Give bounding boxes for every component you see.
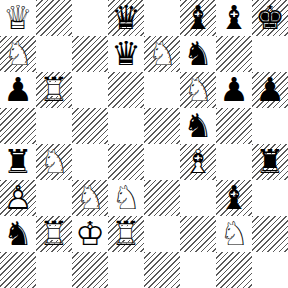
white-knight-piece[interactable]: ♘: [180, 72, 216, 108]
white-rook-piece[interactable]: ♖: [36, 216, 72, 252]
square-g4[interactable]: [216, 144, 252, 180]
square-e6[interactable]: [144, 72, 180, 108]
black-knight-piece[interactable]: ♞: [180, 36, 216, 72]
square-h5[interactable]: [252, 108, 288, 144]
square-h6[interactable]: ♟♟: [252, 72, 288, 108]
black-bishop-piece[interactable]: ♝: [216, 0, 252, 36]
black-pawn-piece[interactable]: ♟: [252, 72, 288, 108]
square-f6[interactable]: ♞♘: [180, 72, 216, 108]
white-queen-piece[interactable]: ♕: [0, 0, 36, 36]
square-h4[interactable]: ♜♜: [252, 144, 288, 180]
square-b8[interactable]: [36, 0, 72, 36]
square-f4[interactable]: ♝♗: [180, 144, 216, 180]
square-f7[interactable]: ♞♞: [180, 36, 216, 72]
white-king-piece[interactable]: ♔: [72, 216, 108, 252]
square-c2[interactable]: ♚♔: [72, 216, 108, 252]
black-queen-piece[interactable]: ♛: [108, 36, 144, 72]
square-d3[interactable]: ♞♘: [108, 180, 144, 216]
square-b3[interactable]: [36, 180, 72, 216]
square-d6[interactable]: [108, 72, 144, 108]
square-c4[interactable]: [72, 144, 108, 180]
square-e5[interactable]: [144, 108, 180, 144]
square-e4[interactable]: [144, 144, 180, 180]
white-knight-piece[interactable]: ♘: [36, 144, 72, 180]
square-g3[interactable]: ♝♝: [216, 180, 252, 216]
black-bishop-piece[interactable]: ♝: [216, 180, 252, 216]
square-b7[interactable]: [36, 36, 72, 72]
square-f3[interactable]: [180, 180, 216, 216]
square-e3[interactable]: [144, 180, 180, 216]
square-d5[interactable]: [108, 108, 144, 144]
black-bishop-piece[interactable]: ♝: [180, 0, 216, 36]
white-rook-piece[interactable]: ♖: [36, 72, 72, 108]
square-f5[interactable]: ♞♞: [180, 108, 216, 144]
black-knight-piece[interactable]: ♞: [180, 108, 216, 144]
square-f2[interactable]: [180, 216, 216, 252]
square-a6[interactable]: ♟♟: [0, 72, 36, 108]
square-e7[interactable]: ♞♘: [144, 36, 180, 72]
black-rook-piece[interactable]: ♜: [252, 144, 288, 180]
square-g5[interactable]: [216, 108, 252, 144]
square-f8[interactable]: ♝♝: [180, 0, 216, 36]
black-knight-piece[interactable]: ♞: [0, 216, 36, 252]
white-knight-piece[interactable]: ♘: [72, 180, 108, 216]
white-knight-piece[interactable]: ♘: [0, 36, 36, 72]
square-a2[interactable]: ♞♞: [0, 216, 36, 252]
white-knight-piece[interactable]: ♘: [144, 36, 180, 72]
white-bishop-piece[interactable]: ♗: [180, 144, 216, 180]
black-queen-piece[interactable]: ♛: [108, 0, 144, 36]
black-pawn-piece[interactable]: ♟: [0, 72, 36, 108]
square-e2[interactable]: [144, 216, 180, 252]
white-rook-piece[interactable]: ♖: [108, 216, 144, 252]
square-a7[interactable]: ♞♘: [0, 36, 36, 72]
square-b5[interactable]: [36, 108, 72, 144]
white-pawn-piece[interactable]: ♙: [0, 180, 36, 216]
square-b1[interactable]: [36, 252, 72, 288]
square-d7[interactable]: ♛♛: [108, 36, 144, 72]
white-knight-piece[interactable]: ♘: [108, 180, 144, 216]
square-h3[interactable]: [252, 180, 288, 216]
square-h2[interactable]: [252, 216, 288, 252]
square-e1[interactable]: [144, 252, 180, 288]
square-c6[interactable]: [72, 72, 108, 108]
square-a5[interactable]: [0, 108, 36, 144]
square-c7[interactable]: [72, 36, 108, 72]
square-a4[interactable]: ♜♜: [0, 144, 36, 180]
square-d4[interactable]: [108, 144, 144, 180]
square-h8[interactable]: ♚♚: [252, 0, 288, 36]
square-a1[interactable]: [0, 252, 36, 288]
square-g6[interactable]: ♟♟: [216, 72, 252, 108]
square-a8[interactable]: ♛♕: [0, 0, 36, 36]
square-g1[interactable]: [216, 252, 252, 288]
square-d1[interactable]: [108, 252, 144, 288]
black-king-piece[interactable]: ♚: [252, 0, 288, 36]
square-b2[interactable]: ♜♖: [36, 216, 72, 252]
square-g8[interactable]: ♝♝: [216, 0, 252, 36]
square-h1[interactable]: [252, 252, 288, 288]
square-g2[interactable]: ♞♘: [216, 216, 252, 252]
square-c1[interactable]: [72, 252, 108, 288]
square-c3[interactable]: ♞♘: [72, 180, 108, 216]
square-b4[interactable]: ♞♘: [36, 144, 72, 180]
square-h7[interactable]: [252, 36, 288, 72]
square-d8[interactable]: ♛♛: [108, 0, 144, 36]
square-c5[interactable]: [72, 108, 108, 144]
square-g7[interactable]: [216, 36, 252, 72]
square-d2[interactable]: ♜♖: [108, 216, 144, 252]
square-f1[interactable]: [180, 252, 216, 288]
black-pawn-piece[interactable]: ♟: [216, 72, 252, 108]
black-rook-piece[interactable]: ♜: [0, 144, 36, 180]
chess-board: ♛♕♛♛♝♝♝♝♚♚♞♘♛♛♞♘♞♞♟♟♜♖♞♘♟♟♟♟♞♞♜♜♞♘♝♗♜♜♟♙…: [0, 0, 288, 288]
white-knight-piece[interactable]: ♘: [216, 216, 252, 252]
square-c8[interactable]: [72, 0, 108, 36]
square-b6[interactable]: ♜♖: [36, 72, 72, 108]
square-a3[interactable]: ♟♙: [0, 180, 36, 216]
square-e8[interactable]: [144, 0, 180, 36]
